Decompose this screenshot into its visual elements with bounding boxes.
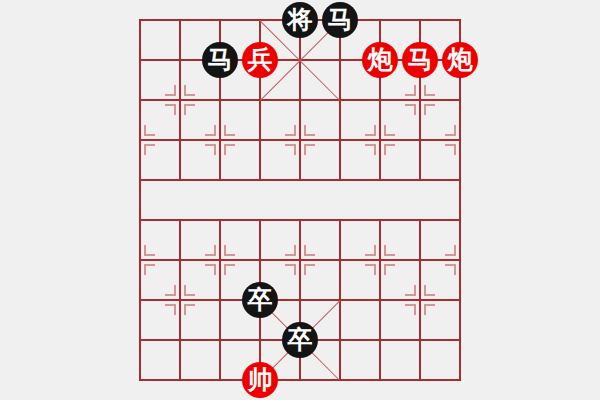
board-cell: [181, 141, 221, 181]
piece-black-soldier[interactable]: 卒: [282, 322, 318, 358]
board-cell: [141, 141, 181, 181]
piece-red-general[interactable]: 帅: [242, 362, 278, 398]
board-cell: [181, 221, 221, 261]
board-cell: [181, 261, 221, 301]
board-cell: [421, 101, 459, 141]
board-cell: [421, 261, 459, 301]
piece-black-horse[interactable]: 马: [202, 42, 238, 78]
piece-black-horse[interactable]: 马: [322, 2, 358, 38]
board-cell: [301, 101, 341, 141]
board-cell: [301, 141, 341, 181]
board-cell: [181, 301, 221, 341]
piece-red-cannon[interactable]: 炮: [442, 42, 478, 78]
board-cell: [141, 21, 181, 61]
board-cell: [141, 301, 181, 341]
board-cell: [421, 341, 459, 379]
board-cell: [301, 61, 341, 101]
board-cell: [181, 101, 221, 141]
board-cell: [181, 341, 221, 379]
board-cell: [381, 101, 421, 141]
board-cell: [341, 341, 381, 379]
piece-red-cannon[interactable]: 炮: [362, 42, 398, 78]
river-cell: [221, 181, 261, 221]
piece-red-soldier[interactable]: 兵: [242, 42, 278, 78]
board-cell: [341, 101, 381, 141]
board-cell: [221, 141, 261, 181]
board-cell: [341, 301, 381, 341]
river-cell: [181, 181, 221, 221]
board-cell: [341, 141, 381, 181]
piece-red-horse[interactable]: 马: [402, 42, 438, 78]
river-cell: [421, 181, 459, 221]
board-cell: [381, 301, 421, 341]
piece-black-soldier[interactable]: 卒: [242, 282, 278, 318]
river-cell: [261, 181, 301, 221]
board-cell: [421, 301, 459, 341]
board-cell: [141, 221, 181, 261]
board-cell: [221, 101, 261, 141]
board-cell: [421, 141, 459, 181]
river-cell: [381, 181, 421, 221]
piece-black-general[interactable]: 将: [282, 2, 318, 38]
board-cell: [341, 261, 381, 301]
board-cell: [381, 261, 421, 301]
board-cell: [141, 101, 181, 141]
board-cell: [341, 221, 381, 261]
board-cell: [421, 221, 459, 261]
board-cell: [261, 221, 301, 261]
board-cell: [301, 221, 341, 261]
river-cell: [141, 181, 181, 221]
board-cell: [141, 261, 181, 301]
board-cell: [141, 341, 181, 379]
board-cell: [261, 141, 301, 181]
board-background: 将马马兵炮马炮卒卒帅: [0, 0, 600, 400]
board-cell: [381, 341, 421, 379]
river-cell: [301, 181, 341, 221]
board-cell: [381, 141, 421, 181]
board-cell: [261, 101, 301, 141]
river-cell: [341, 181, 381, 221]
board-cell: [221, 221, 261, 261]
board-cell: [381, 221, 421, 261]
board-cell: [301, 261, 341, 301]
board-cell: [141, 61, 181, 101]
